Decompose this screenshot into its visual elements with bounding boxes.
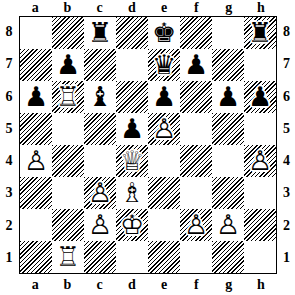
piece-black-pawn-g6[interactable]: ♟ [212,81,244,113]
square-f8[interactable] [180,17,212,49]
square-h4[interactable]: ♟♙ [244,145,276,177]
rank-labels-left: 87654321 [0,16,18,274]
piece-black-rook-h8[interactable]: ♜ [244,17,276,49]
file-label-c: c [84,277,116,293]
piece-black-pawn-e6[interactable]: ♟ [148,81,180,113]
square-g3[interactable] [212,177,244,209]
white-rook-outline: ♖ [52,81,84,113]
file-label-g: g [213,277,245,293]
square-d8[interactable] [116,17,148,49]
piece-white-pawn-c2[interactable]: ♟♙ [84,209,116,241]
file-label-d: d [116,0,148,16]
piece-white-pawn-e5[interactable]: ♟♙ [148,113,180,145]
piece-black-pawn-h6[interactable]: ♟ [244,81,276,113]
square-g2[interactable]: ♟♙ [212,209,244,241]
square-a2[interactable] [20,209,52,241]
piece-white-queen-d4[interactable]: ♛♕ [116,145,148,177]
piece-black-bishop-c6[interactable]: ♝ [84,81,116,113]
square-c1[interactable] [84,241,116,273]
square-e4[interactable] [148,145,180,177]
white-queen-outline: ♕ [116,145,148,177]
square-e3[interactable] [148,177,180,209]
piece-black-pawn-f7[interactable]: ♟ [180,49,212,81]
white-pawn-outline: ♙ [180,209,212,241]
square-g4[interactable] [212,145,244,177]
rank-label-8: 8 [0,16,18,48]
square-c6[interactable]: ♝ [84,81,116,113]
black-pawn-glyph: ♟ [244,81,276,113]
file-label-h: h [245,0,277,16]
rank-label-6: 6 [278,81,295,113]
file-label-c: c [84,0,116,16]
piece-white-pawn-g2[interactable]: ♟♙ [212,209,244,241]
square-b1[interactable]: ♜♖ [52,241,84,273]
square-f4[interactable] [180,145,212,177]
piece-black-pawn-a6[interactable]: ♟ [20,81,52,113]
rank-label-4: 4 [278,145,295,177]
white-pawn-outline: ♙ [84,177,116,209]
square-e7[interactable]: ♛ [148,49,180,81]
square-d2[interactable]: ♚♔ [116,209,148,241]
black-queen-glyph: ♛ [148,49,180,81]
square-b6[interactable]: ♜♖ [52,81,84,113]
black-pawn-glyph: ♟ [148,81,180,113]
black-pawn-glyph: ♟ [116,113,148,145]
rank-label-7: 7 [0,48,18,80]
square-d3[interactable]: ♝♗ [116,177,148,209]
square-d5[interactable]: ♟ [116,113,148,145]
square-e5[interactable]: ♟♙ [148,113,180,145]
square-f5[interactable] [180,113,212,145]
rank-label-3: 3 [0,177,18,209]
file-label-e: e [148,277,180,293]
rank-label-2: 2 [0,210,18,242]
square-c4[interactable] [84,145,116,177]
square-d1[interactable] [116,241,148,273]
file-label-b: b [51,0,83,16]
square-a5[interactable] [20,113,52,145]
black-rook-glyph: ♜ [84,17,116,49]
white-pawn-outline: ♙ [148,113,180,145]
square-h7[interactable] [244,49,276,81]
square-c5[interactable] [84,113,116,145]
piece-white-pawn-c3[interactable]: ♟♙ [84,177,116,209]
square-g8[interactable] [212,17,244,49]
black-king-glyph: ♚ [148,17,180,49]
file-label-f: f [180,277,212,293]
square-c8[interactable]: ♜ [84,17,116,49]
square-h1[interactable] [244,241,276,273]
square-h8[interactable]: ♜ [244,17,276,49]
square-e1[interactable] [148,241,180,273]
piece-white-pawn-a4[interactable]: ♟♙ [20,145,52,177]
square-f7[interactable]: ♟ [180,49,212,81]
square-h3[interactable] [244,177,276,209]
square-d4[interactable]: ♛♕ [116,145,148,177]
file-label-a: a [19,0,51,16]
file-label-e: e [148,0,180,16]
square-c3[interactable]: ♟♙ [84,177,116,209]
square-h5[interactable] [244,113,276,145]
white-pawn-outline: ♙ [20,145,52,177]
square-e8[interactable]: ♚ [148,17,180,49]
square-a4[interactable]: ♟♙ [20,145,52,177]
piece-white-rook-b6[interactable]: ♜♖ [52,81,84,113]
square-b8[interactable] [52,17,84,49]
piece-black-rook-c8[interactable]: ♜ [84,17,116,49]
file-label-b: b [51,277,83,293]
black-pawn-glyph: ♟ [212,81,244,113]
piece-white-pawn-h4[interactable]: ♟♙ [244,145,276,177]
rank-label-6: 6 [0,81,18,113]
rank-label-8: 8 [278,16,295,48]
rank-label-4: 4 [0,145,18,177]
rank-label-5: 5 [0,113,18,145]
square-b7[interactable]: ♟ [52,49,84,81]
square-b5[interactable] [52,113,84,145]
file-label-h: h [245,277,277,293]
rank-labels-right: 87654321 [278,16,295,274]
square-h2[interactable] [244,209,276,241]
rank-label-1: 1 [0,242,18,274]
black-rook-glyph: ♜ [244,17,276,49]
square-f3[interactable] [180,177,212,209]
black-pawn-glyph: ♟ [52,49,84,81]
white-pawn-outline: ♙ [84,209,116,241]
square-f1[interactable] [180,241,212,273]
square-b3[interactable] [52,177,84,209]
square-h6[interactable]: ♟ [244,81,276,113]
piece-white-bishop-d3[interactable]: ♝♗ [116,177,148,209]
piece-black-king-e8[interactable]: ♚ [148,17,180,49]
square-a7[interactable] [20,49,52,81]
square-g6[interactable]: ♟ [212,81,244,113]
rank-label-5: 5 [278,113,295,145]
black-bishop-glyph: ♝ [84,81,116,113]
square-b4[interactable] [52,145,84,177]
rank-label-1: 1 [278,242,295,274]
white-pawn-outline: ♙ [244,145,276,177]
white-bishop-outline: ♗ [116,177,148,209]
file-label-d: d [116,277,148,293]
square-f2[interactable]: ♟♙ [180,209,212,241]
black-pawn-glyph: ♟ [20,81,52,113]
square-a8[interactable] [20,17,52,49]
white-rook-outline: ♖ [52,241,84,273]
piece-black-queen-e7[interactable]: ♛ [148,49,180,81]
square-e6[interactable]: ♟ [148,81,180,113]
square-a6[interactable]: ♟ [20,81,52,113]
square-c2[interactable]: ♟♙ [84,209,116,241]
square-a3[interactable] [20,177,52,209]
white-pawn-outline: ♙ [212,209,244,241]
square-d6[interactable] [116,81,148,113]
file-label-g: g [213,0,245,16]
piece-white-king-d2[interactable]: ♚♔ [116,209,148,241]
square-d7[interactable] [116,49,148,81]
square-a1[interactable] [20,241,52,273]
chessboard: ♜♚♜♟♛♟♟♜♖♝♟♟♟♟♟♙♟♙♛♕♟♙♟♙♝♗♟♙♚♔♟♙♟♙♜♖ [19,16,277,274]
square-g7[interactable] [212,49,244,81]
piece-black-pawn-d5[interactable]: ♟ [116,113,148,145]
black-pawn-glyph: ♟ [180,49,212,81]
piece-white-pawn-f2[interactable]: ♟♙ [180,209,212,241]
piece-black-pawn-b7[interactable]: ♟ [52,49,84,81]
file-label-f: f [180,0,212,16]
square-b2[interactable] [52,209,84,241]
square-f6[interactable] [180,81,212,113]
rank-label-3: 3 [278,177,295,209]
piece-white-rook-b1[interactable]: ♜♖ [52,241,84,273]
square-e2[interactable] [148,209,180,241]
square-g1[interactable] [212,241,244,273]
rank-label-2: 2 [278,210,295,242]
file-labels-top: abcdefgh [19,0,277,16]
square-c7[interactable] [84,49,116,81]
file-label-a: a [19,277,51,293]
white-king-outline: ♔ [116,209,148,241]
rank-label-7: 7 [278,48,295,80]
square-g5[interactable] [212,113,244,145]
file-labels-bottom: abcdefgh [19,277,277,293]
